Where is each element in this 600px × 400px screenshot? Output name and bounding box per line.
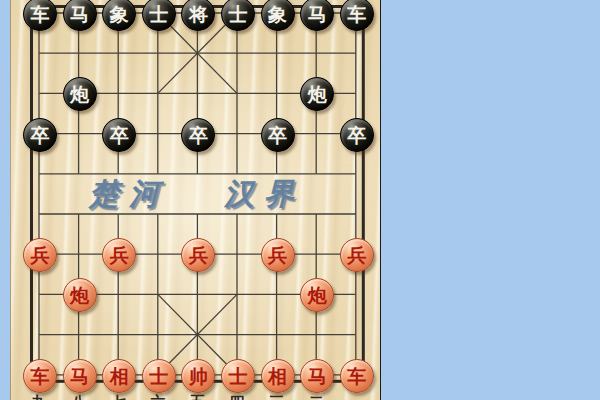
- piece-red-elephant[interactable]: 相: [102, 359, 136, 393]
- piece-black-soldier[interactable]: 卒: [261, 118, 295, 152]
- piece-black-advisor[interactable]: 士: [142, 0, 176, 31]
- piece-red-soldier[interactable]: 兵: [261, 238, 295, 272]
- piece-red-soldier[interactable]: 兵: [340, 238, 374, 272]
- file-label: 二: [309, 393, 324, 400]
- xiangqi-app-window: 楚河 汉界 九八七六五四三二一 车马象士将士象马车炮炮卒卒卒卒卒兵兵兵兵兵炮炮车…: [0, 0, 600, 400]
- piece-red-cannon[interactable]: 炮: [63, 278, 97, 312]
- piece-black-soldier[interactable]: 卒: [181, 118, 215, 152]
- piece-red-chariot[interactable]: 车: [340, 359, 374, 393]
- file-label: 四: [230, 393, 245, 400]
- river-label-right: 汉界: [224, 174, 304, 215]
- piece-black-chariot[interactable]: 车: [340, 0, 374, 31]
- piece-black-soldier[interactable]: 卒: [102, 118, 136, 152]
- piece-red-advisor[interactable]: 士: [221, 359, 255, 393]
- file-label: 九: [32, 393, 47, 400]
- piece-red-elephant[interactable]: 相: [261, 359, 295, 393]
- piece-red-general[interactable]: 帅: [181, 359, 215, 393]
- river-label-left: 楚河: [89, 174, 169, 215]
- piece-black-cannon[interactable]: 炮: [63, 77, 97, 111]
- piece-black-horse[interactable]: 马: [63, 0, 97, 31]
- piece-black-elephant[interactable]: 象: [261, 0, 295, 31]
- piece-red-chariot[interactable]: 车: [23, 359, 57, 393]
- file-label: 三: [269, 393, 284, 400]
- file-label: 一: [348, 393, 363, 400]
- piece-black-soldier[interactable]: 卒: [23, 118, 57, 152]
- xiangqi-board[interactable]: 楚河 汉界 九八七六五四三二一 车马象士将士象马车炮炮卒卒卒卒卒兵兵兵兵兵炮炮车…: [10, 0, 381, 400]
- file-label: 八: [71, 393, 86, 400]
- file-label: 五: [190, 393, 205, 400]
- piece-red-horse[interactable]: 马: [300, 359, 334, 393]
- file-label: 七: [111, 393, 126, 400]
- file-label: 六: [150, 393, 165, 400]
- piece-black-soldier[interactable]: 卒: [340, 118, 374, 152]
- piece-red-soldier[interactable]: 兵: [23, 238, 57, 272]
- piece-red-horse[interactable]: 马: [63, 359, 97, 393]
- board-grid-lines: [11, 0, 380, 400]
- piece-red-advisor[interactable]: 士: [142, 359, 176, 393]
